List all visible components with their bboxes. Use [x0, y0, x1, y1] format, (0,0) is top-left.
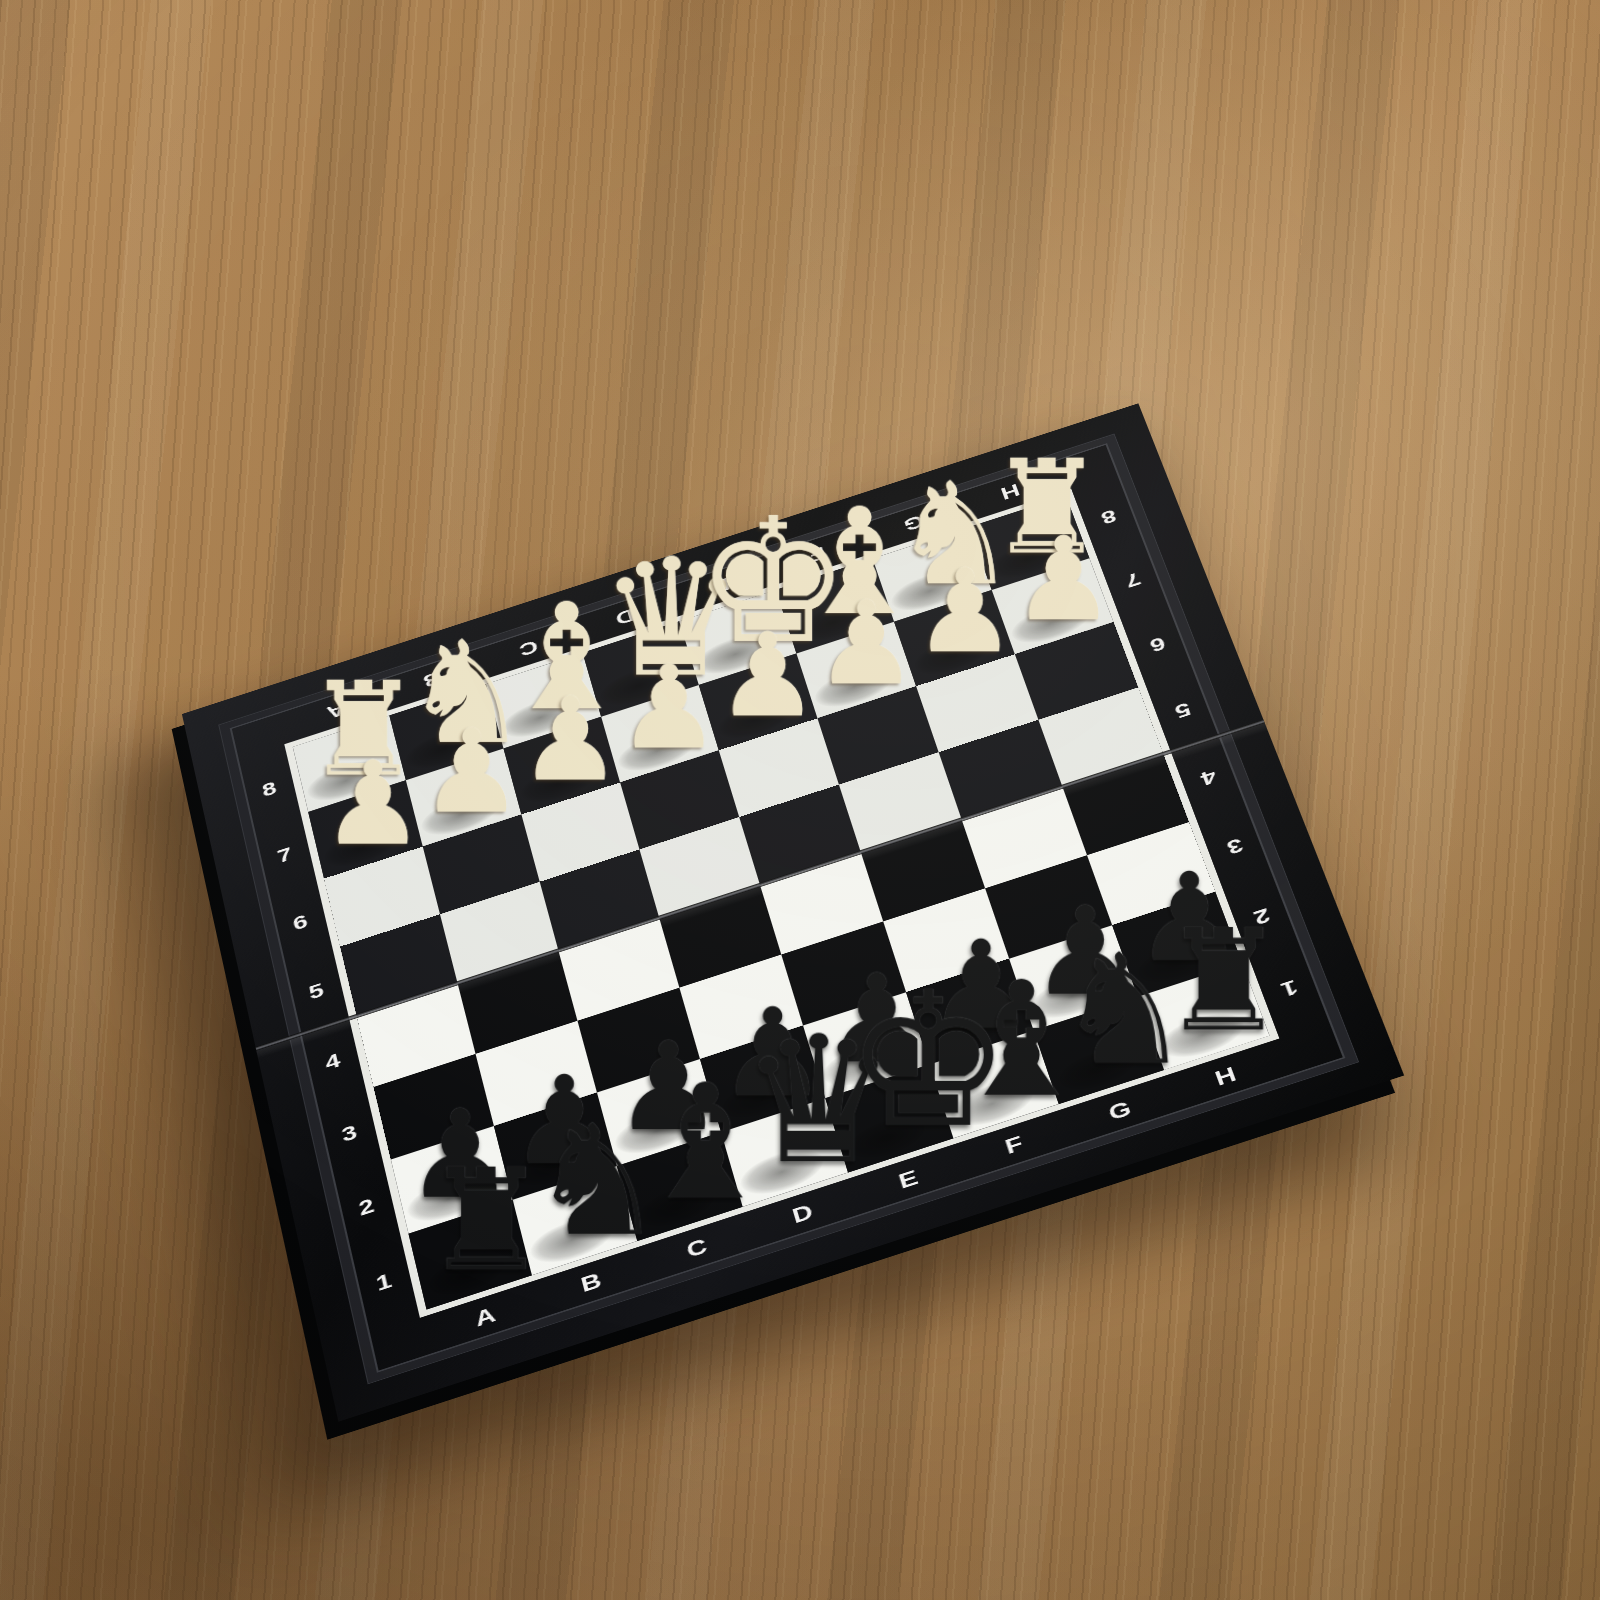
- chess-board: 87654321 87654321 ABCDEFGH ABCDEFGH ♜♞♝♛…: [182, 403, 1404, 1421]
- piece-black-bishop-f1[interactable]: ♝: [950, 961, 1061, 1120]
- piece-black-bishop-c1[interactable]: ♝: [634, 1064, 745, 1223]
- scene: 87654321 87654321 ABCDEFGH ABCDEFGH ♜♞♝♛…: [0, 0, 1600, 1600]
- piece-black-king-e1[interactable]: ♚: [845, 968, 956, 1154]
- piece-white-pawn-b7[interactable]: ♟: [420, 714, 524, 829]
- piece-white-pawn-f7[interactable]: ♟: [815, 586, 919, 701]
- piece-black-knight-g1[interactable]: ♞: [1056, 933, 1167, 1086]
- piece-black-queen-d1[interactable]: ♛: [740, 1013, 851, 1189]
- square-f7[interactable]: ♟: [796, 622, 916, 719]
- piece-white-pawn-e7[interactable]: ♟: [716, 618, 820, 733]
- piece-black-rook-h1[interactable]: ♜: [1161, 911, 1272, 1051]
- piece-white-pawn-c7[interactable]: ♟: [519, 682, 623, 797]
- piece-white-pawn-g7[interactable]: ♟: [913, 553, 1017, 668]
- piece-white-pawn-d7[interactable]: ♟: [617, 650, 721, 765]
- piece-black-knight-b1[interactable]: ♞: [529, 1104, 640, 1257]
- piece-black-rook-a1[interactable]: ♜: [424, 1151, 535, 1291]
- piece-white-pawn-a7[interactable]: ♟: [321, 746, 425, 861]
- board-top-face: 87654321 87654321 ABCDEFGH ABCDEFGH ♜♞♝♛…: [182, 403, 1404, 1421]
